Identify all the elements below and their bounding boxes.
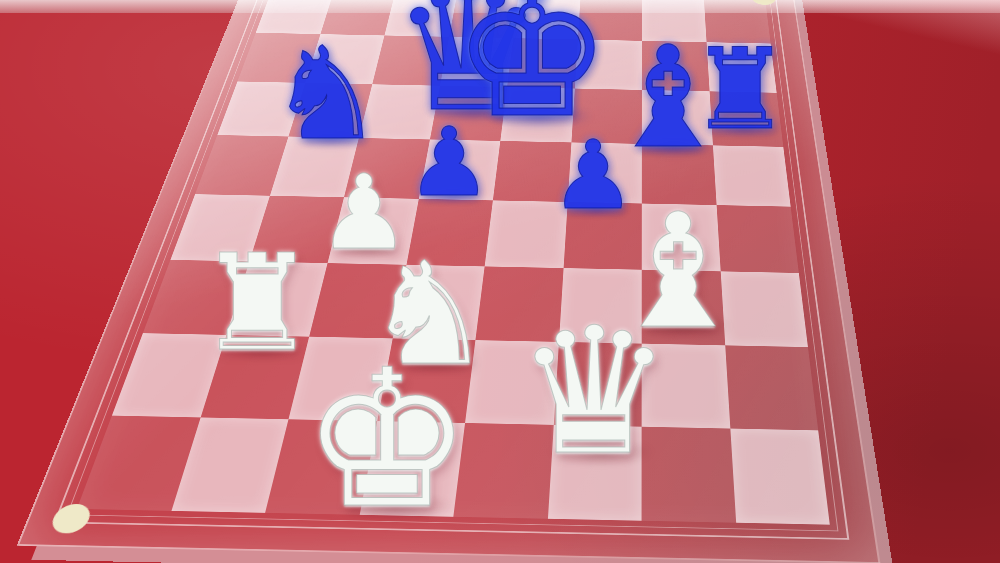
square-h1[interactable]: [730, 429, 830, 525]
board-foot-bottom-left: [48, 504, 94, 534]
piece-blue-knight-b7[interactable]: ♞: [269, 30, 384, 158]
photo-canvas: ♛♚♜♝♞♟♟♟♜♞♝♛♚: [0, 0, 1000, 563]
piece-white-king-d1[interactable]: ♚: [302, 345, 472, 535]
piece-white-queen-f2[interactable]: ♛: [516, 304, 673, 479]
piece-white-rook-b3[interactable]: ♜: [197, 237, 316, 370]
piece-blue-pawn-d6[interactable]: ♟: [406, 115, 491, 210]
